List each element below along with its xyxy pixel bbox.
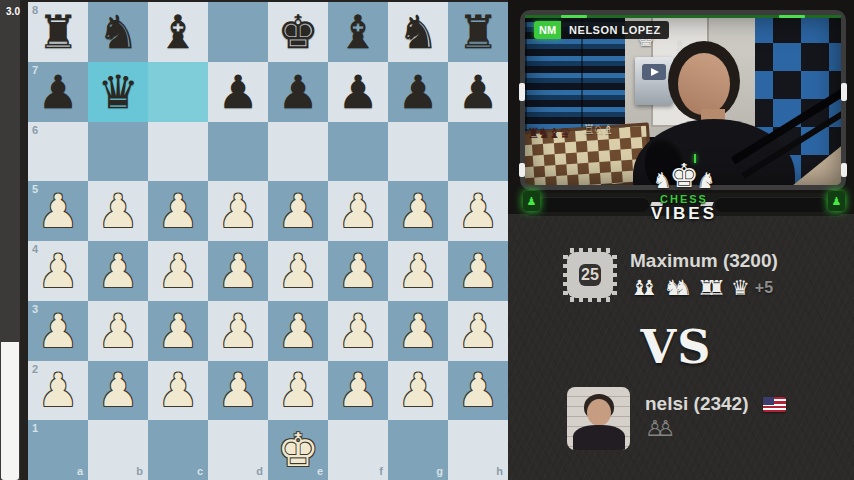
white-pawn-d3[interactable]: ♟: [217, 308, 258, 354]
rank-label-5: 5: [32, 184, 38, 195]
evaluation-score: 3.0: [0, 6, 26, 17]
black-pawn-d7[interactable]: ♟: [217, 69, 258, 115]
white-pawn-g5[interactable]: ♟: [397, 188, 438, 234]
logo-green-accent: [694, 154, 696, 163]
white-pawn-d2[interactable]: ♟: [217, 367, 258, 413]
white-pawn-f5[interactable]: ♟: [337, 188, 378, 234]
green-pawn-icon-left: ♟: [523, 191, 540, 211]
white-pawn-a4[interactable]: ♟: [37, 248, 78, 294]
square-e2[interactable]: ♟: [268, 361, 328, 421]
captured-queen-icon: ♛: [731, 276, 750, 300]
square-c7[interactable]: [148, 62, 208, 122]
logo-pieces: ♞ ♚ ♞: [624, 156, 744, 192]
file-label-h: h: [496, 466, 503, 477]
drag-handle-left-2[interactable]: [519, 163, 525, 177]
white-pawn-e5[interactable]: ♟: [277, 188, 318, 234]
material-advantage: +5: [755, 279, 773, 297]
square-h2[interactable]: ♟: [448, 361, 508, 421]
rank-label-6: 6: [32, 125, 38, 136]
black-bishop-f8[interactable]: ♝: [337, 9, 378, 55]
chess-board[interactable]: 8♜♞♝♚♝♞♜7♟♛♟♟♟♟♟65♟♟♟♟♟♟♟♟4♟♟♟♟♟♟♟♟3♟♟♟♟…: [28, 2, 508, 480]
square-g8[interactable]: ♞: [388, 2, 448, 62]
white-pawn-c4[interactable]: ♟: [157, 248, 198, 294]
square-f3[interactable]: ♟: [328, 301, 388, 361]
square-a1[interactable]: 1a: [28, 420, 88, 480]
white-pawn-a2[interactable]: ♟: [37, 367, 78, 413]
square-a8[interactable]: 8♜: [28, 2, 88, 62]
square-b7[interactable]: ♛: [88, 62, 148, 122]
white-pawn-g4[interactable]: ♟: [397, 248, 438, 294]
white-pawn-f4[interactable]: ♟: [337, 248, 378, 294]
logo-king-icon: ♚: [669, 159, 699, 192]
file-label-c: c: [197, 466, 203, 477]
logo-knight-right-icon: ♞: [696, 170, 716, 192]
square-c8[interactable]: ♝: [148, 2, 208, 62]
rank-label-1: 1: [32, 423, 38, 434]
square-e3[interactable]: ♟: [268, 301, 328, 361]
square-b4[interactable]: ♟: [88, 241, 148, 301]
black-pawn-e7[interactable]: ♟: [277, 69, 318, 115]
white-king-e1[interactable]: ♚: [277, 427, 318, 473]
square-d4[interactable]: ♟: [208, 241, 268, 301]
title-badge: NM: [534, 21, 561, 39]
square-h7[interactable]: ♟: [448, 62, 508, 122]
square-f8[interactable]: ♝: [328, 2, 388, 62]
black-pawn-f7[interactable]: ♟: [337, 69, 378, 115]
square-c6[interactable]: [148, 122, 208, 182]
square-d1[interactable]: d: [208, 420, 268, 480]
square-d6[interactable]: [208, 122, 268, 182]
black-pawn-h7[interactable]: ♟: [457, 69, 498, 115]
captured-pawns-icon: ♙♙: [645, 416, 675, 441]
square-h4[interactable]: ♟: [448, 241, 508, 301]
white-pawn-g2[interactable]: ♟: [397, 367, 438, 413]
file-label-a: a: [77, 466, 83, 477]
white-pawn-d4[interactable]: ♟: [217, 248, 258, 294]
square-a6[interactable]: 6: [28, 122, 88, 182]
square-a4[interactable]: 4♟: [28, 241, 88, 301]
square-e7[interactable]: ♟: [268, 62, 328, 122]
white-pawn-b5[interactable]: ♟: [97, 188, 138, 234]
square-d5[interactable]: ♟: [208, 181, 268, 241]
square-a3[interactable]: 3♟: [28, 301, 88, 361]
chess-vibes-logo: ♞ ♚ ♞ CHESS VIBES: [624, 156, 744, 222]
white-pawn-b3[interactable]: ♟: [97, 308, 138, 354]
square-c1[interactable]: c: [148, 420, 208, 480]
avatar-face: [587, 399, 611, 426]
white-pawn-d5[interactable]: ♟: [217, 188, 258, 234]
captured-knights-icon: ♞♞: [664, 276, 693, 300]
file-label-e: e: [317, 466, 323, 477]
square-b8[interactable]: ♞: [88, 2, 148, 62]
white-pawn-b4[interactable]: ♟: [97, 248, 138, 294]
square-h3[interactable]: ♟: [448, 301, 508, 361]
square-f2[interactable]: ♟: [328, 361, 388, 421]
black-bishop-c8[interactable]: ♝: [157, 9, 198, 55]
square-f5[interactable]: ♟: [328, 181, 388, 241]
player-avatar: [567, 387, 630, 450]
black-rook-h8[interactable]: ♜: [457, 9, 498, 55]
square-c4[interactable]: ♟: [148, 241, 208, 301]
white-pawn-f2[interactable]: ♟: [337, 367, 378, 413]
black-pawn-g7[interactable]: ♟: [397, 69, 438, 115]
black-pawn-a7[interactable]: ♟: [37, 69, 78, 115]
square-f7[interactable]: ♟: [328, 62, 388, 122]
square-e6[interactable]: [268, 122, 328, 182]
streamer-name: NELSON LOPEZ: [561, 21, 669, 39]
square-c3[interactable]: ♟: [148, 301, 208, 361]
square-g5[interactable]: ♟: [388, 181, 448, 241]
square-h5[interactable]: ♟: [448, 181, 508, 241]
white-pawn-c5[interactable]: ♟: [157, 188, 198, 234]
square-c5[interactable]: ♟: [148, 181, 208, 241]
square-b6[interactable]: [88, 122, 148, 182]
white-pawn-h3[interactable]: ♟: [457, 308, 498, 354]
black-queen-b7[interactable]: ♛: [97, 69, 138, 115]
white-pawn-h5[interactable]: ♟: [457, 188, 498, 234]
square-g1[interactable]: g: [388, 420, 448, 480]
rank-label-2: 2: [32, 364, 38, 375]
square-g4[interactable]: ♟: [388, 241, 448, 301]
chip-body: 25: [567, 252, 613, 298]
human-captured-pieces: ♙♙: [645, 416, 680, 441]
avatar-body: [573, 425, 625, 450]
cam-green-segment-left: [561, 15, 587, 18]
white-pawn-c2[interactable]: ♟: [157, 367, 198, 413]
stream-frame: 3.0 8♜♞♝♚♝♞♜7♟♛♟♟♟♟♟65♟♟♟♟♟♟♟♟4♟♟♟♟♟♟♟♟3…: [0, 0, 854, 480]
square-b3[interactable]: ♟: [88, 301, 148, 361]
drag-handle-right-2[interactable]: [841, 163, 847, 177]
white-pawn-e4[interactable]: ♟: [277, 248, 318, 294]
file-label-d: d: [256, 466, 263, 477]
square-f6[interactable]: [328, 122, 388, 182]
engine-player-label: Maximum (3200): [630, 250, 778, 272]
human-player-label: nelsi (2342): [645, 393, 749, 415]
white-pawn-e3[interactable]: ♟: [277, 308, 318, 354]
white-pawn-h2[interactable]: ♟: [457, 367, 498, 413]
square-a2[interactable]: 2♟: [28, 361, 88, 421]
engine-level: 25: [579, 264, 601, 286]
square-d7[interactable]: ♟: [208, 62, 268, 122]
rank-label-4: 4: [32, 244, 38, 255]
square-g6[interactable]: [388, 122, 448, 182]
square-e4[interactable]: ♟: [268, 241, 328, 301]
square-h1[interactable]: h: [448, 420, 508, 480]
file-label-f: f: [379, 466, 383, 477]
cam-green-segment-right: [779, 15, 805, 18]
square-e8[interactable]: ♚: [268, 2, 328, 62]
engine-captured-pieces: ♝♝ ♞♞ ♜♜ ♛ +5: [630, 276, 773, 300]
us-flag-icon: [763, 397, 786, 412]
square-a5[interactable]: 5♟: [28, 181, 88, 241]
evaluation-bar-white-fill: [1, 342, 19, 480]
square-b1[interactable]: b: [88, 420, 148, 480]
white-pawn-f3[interactable]: ♟: [337, 308, 378, 354]
white-pawn-h4[interactable]: ♟: [457, 248, 498, 294]
streamer-name-tag: NM NELSON LOPEZ: [534, 21, 669, 39]
square-f1[interactable]: f: [328, 420, 388, 480]
green-pawn-icon-right: ♟: [828, 191, 845, 211]
white-pawn-c3[interactable]: ♟: [157, 308, 198, 354]
black-knight-b8[interactable]: ♞: [97, 9, 138, 55]
black-rook-a8[interactable]: ♜: [37, 9, 78, 55]
square-b2[interactable]: ♟: [88, 361, 148, 421]
white-pawn-a3[interactable]: ♟: [37, 308, 78, 354]
logo-text-vibes: VIBES: [624, 205, 744, 222]
square-g2[interactable]: ♟: [388, 361, 448, 421]
square-g3[interactable]: ♟: [388, 301, 448, 361]
square-e1[interactable]: e♚: [268, 420, 328, 480]
white-pawn-a5[interactable]: ♟: [37, 188, 78, 234]
black-king-e8[interactable]: ♚: [277, 9, 318, 55]
rank-label-7: 7: [32, 65, 38, 76]
square-g7[interactable]: ♟: [388, 62, 448, 122]
square-b5[interactable]: ♟: [88, 181, 148, 241]
evaluation-bar: 3.0: [0, 0, 20, 480]
rank-label-8: 8: [32, 5, 38, 16]
captured-bishops-icon: ♝♝: [630, 276, 659, 300]
black-knight-g8[interactable]: ♞: [397, 9, 438, 55]
file-label-b: b: [136, 466, 143, 477]
white-pawn-e2[interactable]: ♟: [277, 367, 318, 413]
engine-chip-icon: 25: [563, 248, 617, 302]
square-f4[interactable]: ♟: [328, 241, 388, 301]
vs-label: VS: [508, 320, 844, 374]
square-a7[interactable]: 7♟: [28, 62, 88, 122]
square-c2[interactable]: ♟: [148, 361, 208, 421]
captured-rooks-icon: ♜♜: [697, 276, 726, 300]
drag-handle-left[interactable]: [519, 83, 525, 101]
square-d3[interactable]: ♟: [208, 301, 268, 361]
square-h6[interactable]: [448, 122, 508, 182]
file-label-g: g: [436, 466, 443, 477]
right-panel: ♚ ♗ ♜♞♝♛ ♖♘♗: [508, 0, 854, 480]
rank-label-3: 3: [32, 304, 38, 315]
square-d8[interactable]: [208, 2, 268, 62]
drag-handle-right[interactable]: [841, 83, 847, 101]
square-e5[interactable]: ♟: [268, 181, 328, 241]
square-d2[interactable]: ♟: [208, 361, 268, 421]
white-pawn-g3[interactable]: ♟: [397, 308, 438, 354]
square-h8[interactable]: ♜: [448, 2, 508, 62]
white-pawn-b2[interactable]: ♟: [97, 367, 138, 413]
